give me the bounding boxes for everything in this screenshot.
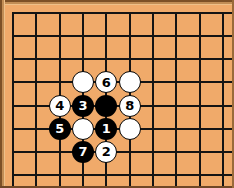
go-stone-white-8: 8 [119, 95, 141, 117]
go-stone-white [72, 118, 94, 140]
go-stone-black-7: 7 [72, 141, 94, 163]
go-board-diagram: 64385172 [0, 0, 234, 188]
go-stone-black-5: 5 [49, 118, 71, 140]
go-stone-white-4: 4 [49, 95, 71, 117]
go-stone-white [119, 71, 141, 93]
go-stone-white [119, 118, 141, 140]
go-stone-black-3: 3 [72, 95, 94, 117]
go-stone-black-1: 1 [95, 118, 117, 140]
board-frame-left [0, 0, 5, 188]
board-frame-bottom [0, 186, 234, 188]
board-frame-top [0, 0, 234, 5]
go-stone-white-2: 2 [95, 141, 117, 163]
board-frame-right [232, 0, 234, 188]
go-stone-black [95, 95, 117, 117]
